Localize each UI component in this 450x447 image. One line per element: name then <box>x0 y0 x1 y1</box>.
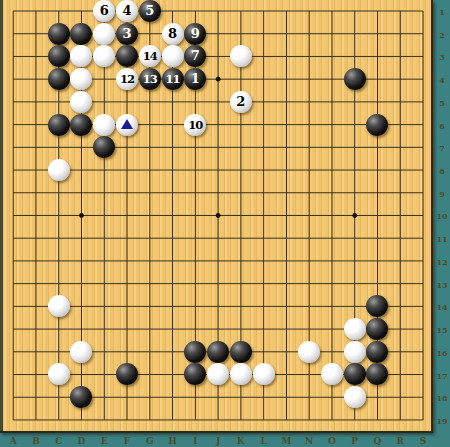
intersection[interactable] <box>138 340 161 363</box>
intersection[interactable] <box>298 45 321 68</box>
intersection[interactable] <box>343 363 366 386</box>
intersection[interactable] <box>184 272 207 295</box>
intersection[interactable] <box>366 181 389 204</box>
intersection[interactable] <box>47 204 70 227</box>
intersection[interactable] <box>366 113 389 136</box>
intersection[interactable] <box>321 363 344 386</box>
intersection[interactable] <box>252 181 275 204</box>
white-stone[interactable] <box>70 91 92 113</box>
white-stone[interactable] <box>344 318 366 340</box>
intersection[interactable] <box>25 227 48 250</box>
intersection[interactable] <box>161 363 184 386</box>
intersection[interactable] <box>25 340 48 363</box>
intersection[interactable] <box>184 386 207 409</box>
white-stone[interactable] <box>321 363 343 385</box>
intersection[interactable] <box>93 68 116 91</box>
intersection[interactable] <box>229 113 252 136</box>
intersection[interactable] <box>412 0 435 22</box>
intersection[interactable] <box>366 363 389 386</box>
intersection[interactable] <box>116 227 139 250</box>
black-stone[interactable]: 5 <box>139 0 161 22</box>
intersection[interactable] <box>321 22 344 45</box>
intersection[interactable] <box>298 68 321 91</box>
white-stone[interactable] <box>253 363 275 385</box>
intersection[interactable] <box>298 409 321 432</box>
intersection[interactable] <box>275 22 298 45</box>
intersection[interactable] <box>252 159 275 182</box>
intersection[interactable] <box>138 204 161 227</box>
intersection[interactable] <box>116 295 139 318</box>
black-stone[interactable]: 3 <box>116 23 138 45</box>
intersection[interactable] <box>25 386 48 409</box>
intersection[interactable] <box>229 250 252 273</box>
intersection[interactable] <box>138 318 161 341</box>
intersection[interactable] <box>207 386 230 409</box>
intersection[interactable] <box>252 272 275 295</box>
intersection[interactable] <box>2 340 25 363</box>
white-stone[interactable] <box>70 45 92 67</box>
intersection[interactable] <box>343 250 366 273</box>
intersection[interactable] <box>343 68 366 91</box>
intersection[interactable] <box>138 181 161 204</box>
intersection[interactable] <box>275 0 298 22</box>
intersection[interactable] <box>366 136 389 159</box>
intersection[interactable] <box>116 204 139 227</box>
intersection[interactable] <box>343 295 366 318</box>
intersection[interactable] <box>2 295 25 318</box>
intersection[interactable] <box>389 113 412 136</box>
intersection[interactable] <box>116 250 139 273</box>
intersection[interactable] <box>70 318 93 341</box>
intersection[interactable] <box>2 0 25 22</box>
intersection[interactable] <box>161 0 184 22</box>
intersection[interactable] <box>47 90 70 113</box>
white-stone[interactable] <box>93 23 115 45</box>
intersection[interactable] <box>298 90 321 113</box>
intersection[interactable] <box>116 181 139 204</box>
white-stone[interactable] <box>48 295 70 317</box>
intersection[interactable] <box>116 340 139 363</box>
intersection[interactable] <box>47 272 70 295</box>
intersection[interactable] <box>229 227 252 250</box>
intersection[interactable] <box>70 181 93 204</box>
white-stone[interactable] <box>207 363 229 385</box>
intersection[interactable] <box>412 363 435 386</box>
intersection[interactable] <box>275 295 298 318</box>
intersection[interactable] <box>275 90 298 113</box>
intersection[interactable] <box>366 90 389 113</box>
intersection[interactable] <box>207 204 230 227</box>
intersection[interactable] <box>161 250 184 273</box>
intersection[interactable] <box>2 136 25 159</box>
intersection[interactable] <box>412 90 435 113</box>
intersection[interactable] <box>47 318 70 341</box>
white-stone[interactable]: 12 <box>116 68 138 90</box>
intersection[interactable] <box>366 45 389 68</box>
intersection[interactable] <box>207 409 230 432</box>
intersection[interactable] <box>229 159 252 182</box>
intersection[interactable]: 12 <box>116 68 139 91</box>
intersection[interactable] <box>47 159 70 182</box>
intersection[interactable] <box>184 136 207 159</box>
intersection[interactable] <box>252 227 275 250</box>
intersection[interactable] <box>93 409 116 432</box>
intersection[interactable] <box>70 0 93 22</box>
intersection[interactable] <box>389 159 412 182</box>
intersection[interactable] <box>389 363 412 386</box>
intersection[interactable] <box>229 68 252 91</box>
intersection[interactable] <box>298 295 321 318</box>
intersection[interactable] <box>161 227 184 250</box>
intersection[interactable] <box>116 363 139 386</box>
intersection[interactable] <box>412 272 435 295</box>
intersection[interactable] <box>321 272 344 295</box>
intersection[interactable] <box>161 136 184 159</box>
intersection[interactable] <box>25 0 48 22</box>
intersection[interactable] <box>389 45 412 68</box>
intersection[interactable] <box>229 295 252 318</box>
intersection[interactable] <box>412 340 435 363</box>
intersection[interactable] <box>207 90 230 113</box>
white-stone[interactable] <box>230 363 252 385</box>
intersection[interactable] <box>116 113 139 136</box>
intersection[interactable] <box>412 295 435 318</box>
intersection[interactable] <box>389 90 412 113</box>
intersection[interactable] <box>70 227 93 250</box>
intersection[interactable] <box>252 318 275 341</box>
white-stone[interactable]: 4 <box>116 0 138 22</box>
black-stone[interactable] <box>230 341 252 363</box>
intersection[interactable] <box>366 68 389 91</box>
intersection[interactable] <box>93 204 116 227</box>
intersection[interactable] <box>389 68 412 91</box>
intersection[interactable] <box>2 113 25 136</box>
intersection[interactable] <box>47 45 70 68</box>
intersection[interactable] <box>207 272 230 295</box>
intersection[interactable] <box>70 90 93 113</box>
black-stone[interactable] <box>184 363 206 385</box>
intersection[interactable] <box>138 113 161 136</box>
intersection[interactable] <box>161 409 184 432</box>
intersection[interactable] <box>275 227 298 250</box>
intersection[interactable] <box>70 45 93 68</box>
intersection[interactable] <box>184 204 207 227</box>
intersection[interactable] <box>93 318 116 341</box>
intersection[interactable] <box>343 227 366 250</box>
intersection[interactable] <box>389 181 412 204</box>
intersection[interactable] <box>366 340 389 363</box>
black-stone[interactable] <box>48 114 70 136</box>
intersection[interactable] <box>93 227 116 250</box>
intersection[interactable] <box>252 68 275 91</box>
intersection[interactable] <box>389 204 412 227</box>
intersection[interactable] <box>2 409 25 432</box>
intersection[interactable] <box>25 113 48 136</box>
white-stone[interactable] <box>48 363 70 385</box>
intersection[interactable] <box>70 295 93 318</box>
intersection[interactable] <box>207 0 230 22</box>
intersection[interactable] <box>343 318 366 341</box>
intersection[interactable] <box>25 159 48 182</box>
intersection[interactable] <box>389 409 412 432</box>
intersection[interactable] <box>161 45 184 68</box>
intersection[interactable] <box>275 272 298 295</box>
intersection[interactable] <box>138 22 161 45</box>
intersection[interactable] <box>275 409 298 432</box>
intersection[interactable] <box>25 295 48 318</box>
intersection[interactable] <box>366 227 389 250</box>
intersection[interactable] <box>93 45 116 68</box>
intersection[interactable] <box>252 340 275 363</box>
black-stone[interactable] <box>48 45 70 67</box>
white-stone[interactable] <box>70 341 92 363</box>
intersection[interactable] <box>2 68 25 91</box>
intersection[interactable] <box>412 318 435 341</box>
intersection[interactable] <box>412 409 435 432</box>
intersection[interactable] <box>116 45 139 68</box>
intersection[interactable]: 4 <box>116 0 139 22</box>
intersection[interactable] <box>298 22 321 45</box>
black-stone[interactable] <box>344 363 366 385</box>
intersection[interactable] <box>321 386 344 409</box>
white-stone[interactable] <box>93 114 115 136</box>
intersection[interactable] <box>70 159 93 182</box>
white-stone[interactable] <box>116 114 138 136</box>
intersection[interactable] <box>116 136 139 159</box>
black-stone[interactable]: 7 <box>184 45 206 67</box>
intersection[interactable] <box>70 409 93 432</box>
intersection[interactable] <box>47 0 70 22</box>
white-stone[interactable] <box>344 386 366 408</box>
black-stone[interactable] <box>366 318 388 340</box>
intersection[interactable] <box>366 0 389 22</box>
black-stone[interactable] <box>184 341 206 363</box>
intersection[interactable] <box>25 181 48 204</box>
intersection[interactable] <box>343 113 366 136</box>
intersection[interactable] <box>47 340 70 363</box>
intersection[interactable] <box>298 250 321 273</box>
intersection[interactable] <box>389 318 412 341</box>
white-stone[interactable]: 8 <box>162 23 184 45</box>
intersection[interactable] <box>229 409 252 432</box>
intersection[interactable] <box>275 204 298 227</box>
intersection[interactable]: 7 <box>184 45 207 68</box>
intersection[interactable]: 2 <box>229 90 252 113</box>
intersection[interactable] <box>229 181 252 204</box>
black-stone[interactable] <box>70 23 92 45</box>
intersection[interactable] <box>2 204 25 227</box>
intersection[interactable] <box>321 295 344 318</box>
intersection[interactable] <box>184 318 207 341</box>
intersection[interactable] <box>412 204 435 227</box>
intersection[interactable] <box>229 318 252 341</box>
intersection[interactable] <box>275 340 298 363</box>
intersection[interactable] <box>275 181 298 204</box>
intersection[interactable] <box>207 159 230 182</box>
intersection[interactable] <box>298 363 321 386</box>
intersection[interactable] <box>184 90 207 113</box>
intersection[interactable] <box>252 250 275 273</box>
intersection[interactable] <box>47 113 70 136</box>
intersection[interactable] <box>93 250 116 273</box>
intersection[interactable] <box>47 68 70 91</box>
intersection[interactable] <box>321 181 344 204</box>
intersection[interactable] <box>412 159 435 182</box>
intersection[interactable] <box>93 159 116 182</box>
intersection[interactable] <box>389 250 412 273</box>
black-stone[interactable]: 13 <box>139 68 161 90</box>
intersection[interactable] <box>252 113 275 136</box>
intersection[interactable] <box>298 0 321 22</box>
black-stone[interactable] <box>70 114 92 136</box>
intersection[interactable] <box>321 340 344 363</box>
intersection[interactable] <box>70 363 93 386</box>
intersection[interactable] <box>47 363 70 386</box>
intersection[interactable] <box>70 340 93 363</box>
black-stone[interactable] <box>116 363 138 385</box>
intersection[interactable] <box>161 181 184 204</box>
intersection[interactable] <box>298 136 321 159</box>
intersection[interactable] <box>321 318 344 341</box>
intersection[interactable] <box>25 136 48 159</box>
black-stone[interactable] <box>366 114 388 136</box>
intersection[interactable] <box>229 204 252 227</box>
intersection[interactable] <box>2 386 25 409</box>
intersection[interactable] <box>275 136 298 159</box>
intersection[interactable] <box>184 227 207 250</box>
intersection[interactable] <box>389 227 412 250</box>
intersection[interactable] <box>207 113 230 136</box>
intersection[interactable] <box>229 136 252 159</box>
intersection[interactable] <box>252 136 275 159</box>
white-stone[interactable]: 2 <box>230 91 252 113</box>
intersection[interactable] <box>343 0 366 22</box>
intersection[interactable] <box>207 340 230 363</box>
black-stone[interactable]: 1 <box>184 68 206 90</box>
intersection[interactable] <box>2 159 25 182</box>
white-stone[interactable] <box>344 341 366 363</box>
intersection[interactable] <box>321 45 344 68</box>
intersection[interactable] <box>343 386 366 409</box>
intersection[interactable] <box>321 409 344 432</box>
intersection[interactable] <box>116 318 139 341</box>
intersection[interactable] <box>366 318 389 341</box>
intersection[interactable] <box>252 295 275 318</box>
intersection[interactable] <box>25 250 48 273</box>
intersection[interactable] <box>161 318 184 341</box>
intersection[interactable] <box>229 340 252 363</box>
intersection[interactable] <box>207 318 230 341</box>
intersection[interactable] <box>138 272 161 295</box>
intersection[interactable] <box>93 386 116 409</box>
intersection[interactable] <box>275 45 298 68</box>
intersection[interactable] <box>207 68 230 91</box>
intersection[interactable] <box>275 386 298 409</box>
intersection[interactable] <box>93 363 116 386</box>
intersection[interactable]: 9 <box>184 22 207 45</box>
intersection[interactable] <box>93 181 116 204</box>
intersection[interactable] <box>93 272 116 295</box>
intersection[interactable] <box>2 45 25 68</box>
intersection[interactable] <box>366 409 389 432</box>
intersection[interactable] <box>161 113 184 136</box>
intersection[interactable] <box>138 409 161 432</box>
intersection[interactable]: 1 <box>184 68 207 91</box>
intersection[interactable] <box>321 90 344 113</box>
intersection[interactable] <box>412 113 435 136</box>
intersection[interactable] <box>161 90 184 113</box>
intersection[interactable] <box>70 136 93 159</box>
white-stone[interactable] <box>298 341 320 363</box>
intersection[interactable] <box>47 22 70 45</box>
intersection[interactable] <box>321 159 344 182</box>
black-stone[interactable] <box>366 295 388 317</box>
intersection[interactable] <box>2 90 25 113</box>
intersection[interactable] <box>138 250 161 273</box>
intersection[interactable] <box>275 113 298 136</box>
intersection[interactable] <box>207 136 230 159</box>
intersection[interactable] <box>25 318 48 341</box>
intersection[interactable] <box>366 295 389 318</box>
intersection[interactable] <box>298 113 321 136</box>
intersection[interactable] <box>116 159 139 182</box>
intersection[interactable] <box>343 204 366 227</box>
intersection[interactable] <box>138 386 161 409</box>
intersection[interactable] <box>93 90 116 113</box>
intersection[interactable] <box>70 68 93 91</box>
intersection[interactable] <box>366 204 389 227</box>
intersection[interactable] <box>2 227 25 250</box>
white-stone[interactable]: 6 <box>93 0 115 22</box>
intersection[interactable] <box>2 250 25 273</box>
intersection[interactable] <box>275 363 298 386</box>
intersection[interactable] <box>412 250 435 273</box>
intersection[interactable] <box>343 90 366 113</box>
intersection[interactable] <box>412 227 435 250</box>
intersection[interactable] <box>321 250 344 273</box>
intersection[interactable] <box>70 204 93 227</box>
intersection[interactable] <box>138 136 161 159</box>
white-stone[interactable] <box>162 45 184 67</box>
intersection[interactable] <box>93 136 116 159</box>
intersection[interactable] <box>25 68 48 91</box>
intersection[interactable] <box>184 0 207 22</box>
intersection[interactable] <box>229 272 252 295</box>
intersection[interactable] <box>25 272 48 295</box>
intersection[interactable] <box>70 250 93 273</box>
intersection[interactable] <box>412 386 435 409</box>
intersection[interactable] <box>47 386 70 409</box>
intersection[interactable] <box>70 272 93 295</box>
intersection[interactable]: 13 <box>138 68 161 91</box>
black-stone[interactable] <box>344 68 366 90</box>
intersection[interactable] <box>229 22 252 45</box>
intersection[interactable] <box>161 159 184 182</box>
intersection[interactable] <box>93 340 116 363</box>
intersection[interactable] <box>389 272 412 295</box>
intersection[interactable]: 3 <box>116 22 139 45</box>
white-stone[interactable] <box>93 45 115 67</box>
intersection[interactable] <box>343 181 366 204</box>
intersection[interactable] <box>252 0 275 22</box>
intersection[interactable] <box>25 409 48 432</box>
intersection[interactable] <box>298 159 321 182</box>
intersection[interactable] <box>252 204 275 227</box>
intersection[interactable] <box>138 227 161 250</box>
intersection[interactable] <box>298 318 321 341</box>
intersection[interactable] <box>116 386 139 409</box>
intersection[interactable] <box>207 227 230 250</box>
